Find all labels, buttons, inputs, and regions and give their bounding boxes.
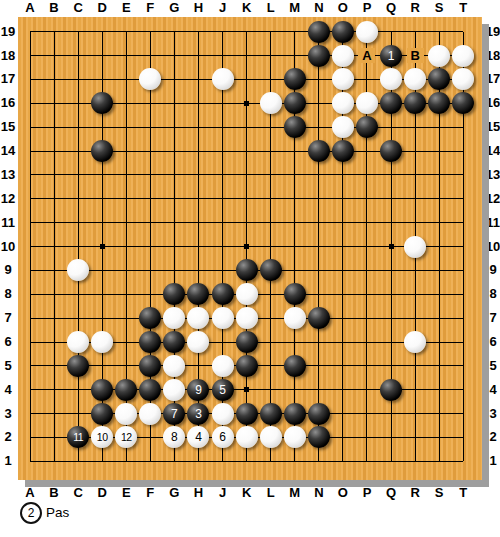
- coordinate-label: K: [235, 486, 259, 500]
- coordinate-label: F: [138, 1, 162, 15]
- move-number: 8: [171, 431, 178, 443]
- coordinate-label: 19: [0, 25, 16, 39]
- white-stone: [139, 403, 161, 425]
- coordinate-label: 10: [0, 240, 16, 254]
- white-stone: [404, 236, 426, 258]
- coordinate-label: 8: [485, 287, 500, 301]
- black-stone: [308, 403, 330, 425]
- coordinate-label: B: [42, 1, 66, 15]
- coordinate-label: T: [451, 1, 475, 15]
- coordinate-label: 7: [485, 311, 500, 325]
- coordinate-label: G: [162, 1, 186, 15]
- coordinate-label: M: [283, 486, 307, 500]
- coordinate-label: S: [427, 1, 451, 15]
- move-number: 1: [388, 50, 395, 62]
- go-diagram-page: ABCDEFGHJKLMNOPQRST 19181716151413121110…: [0, 0, 500, 537]
- move-number: 5: [219, 384, 226, 396]
- coordinate-label: 4: [0, 383, 16, 397]
- coordinate-label: 7: [0, 311, 16, 325]
- white-stone: [236, 307, 258, 329]
- letter-marker-b: B: [407, 48, 424, 63]
- pass-label: Pas: [46, 504, 69, 521]
- black-stone: [332, 140, 354, 162]
- coordinate-label: R: [403, 1, 427, 15]
- white-stone: [356, 21, 378, 43]
- coordinate-label: C: [66, 1, 90, 15]
- coordinate-label: M: [283, 1, 307, 15]
- black-stone: [380, 379, 402, 401]
- coordinate-label: 13: [0, 168, 16, 182]
- coordinate-label: J: [211, 1, 235, 15]
- white-stone: [260, 92, 282, 114]
- coordinate-label: C: [66, 486, 90, 500]
- coordinate-label: 16: [0, 96, 16, 110]
- coordinate-label: N: [307, 486, 331, 500]
- star-point: [244, 387, 249, 392]
- black-stone: [284, 283, 306, 305]
- black-stone: [67, 355, 89, 377]
- move-number-circle: 2: [20, 502, 42, 524]
- black-stone: [284, 116, 306, 138]
- move-number: 3: [195, 408, 202, 420]
- black-stone: [260, 259, 282, 281]
- coordinate-label: P: [355, 1, 379, 15]
- coordinate-label: G: [162, 486, 186, 500]
- white-stone: [163, 379, 185, 401]
- move-number: 10: [97, 432, 108, 443]
- coordinate-label: 15: [0, 120, 16, 134]
- coordinate-label: D: [90, 1, 114, 15]
- move-number: 9: [195, 384, 202, 396]
- coordinate-label: 13: [485, 168, 500, 182]
- move-number: 11: [73, 432, 83, 443]
- white-stone: [332, 45, 354, 67]
- white-stone: [428, 45, 450, 67]
- star-point: [244, 244, 249, 249]
- white-stone: [212, 307, 234, 329]
- coordinate-label: 6: [485, 335, 500, 349]
- coordinate-label: J: [211, 486, 235, 500]
- coordinate-label: 18: [0, 49, 16, 63]
- black-stone: [236, 259, 258, 281]
- coordinate-label: 14: [0, 144, 16, 158]
- coordinate-label: O: [331, 1, 355, 15]
- coordinate-label: 16: [485, 96, 500, 110]
- black-stone: [212, 283, 234, 305]
- star-point: [244, 101, 249, 106]
- coordinate-label: 10: [485, 240, 500, 254]
- coordinate-label: 15: [485, 120, 500, 134]
- coordinate-label: 9: [0, 263, 16, 277]
- coordinate-label: H: [186, 1, 210, 15]
- black-stone: 1: [380, 45, 402, 67]
- white-stone: [404, 331, 426, 353]
- black-stone: 5: [212, 379, 234, 401]
- coordinate-label: 8: [0, 287, 16, 301]
- black-stone: [284, 355, 306, 377]
- white-stone: [236, 426, 258, 448]
- coordinate-label: F: [138, 486, 162, 500]
- coordinate-label: 2: [0, 430, 16, 444]
- coordinate-label: 18: [485, 49, 500, 63]
- coordinate-label: L: [259, 1, 283, 15]
- coordinate-label: P: [355, 486, 379, 500]
- white-stone: [452, 45, 474, 67]
- coordinate-label: E: [114, 486, 138, 500]
- coordinate-label: 12: [0, 192, 16, 206]
- black-stone: 3: [187, 403, 209, 425]
- white-stone: [115, 403, 137, 425]
- coordinate-label: B: [42, 486, 66, 500]
- coordinate-label: N: [307, 1, 331, 15]
- black-stone: [284, 403, 306, 425]
- black-stone: [308, 21, 330, 43]
- move-number: 4: [195, 431, 202, 443]
- coordinate-label: 19: [485, 25, 500, 39]
- coordinate-label: Q: [379, 1, 403, 15]
- move-number: 12: [121, 432, 132, 443]
- coordinate-label: A: [18, 1, 42, 15]
- move-annotation: 2 Pas: [0, 500, 500, 530]
- black-stone: [260, 403, 282, 425]
- star-point: [100, 244, 105, 249]
- coordinate-label: 12: [485, 192, 500, 206]
- coordinate-label: R: [403, 486, 427, 500]
- white-stone: [332, 116, 354, 138]
- coordinate-label: 6: [0, 335, 16, 349]
- coordinate-label: 3: [485, 407, 500, 421]
- coordinate-label: 2: [485, 430, 500, 444]
- black-stone: [115, 379, 137, 401]
- coordinate-label: K: [235, 1, 259, 15]
- white-stone: [212, 355, 234, 377]
- coordinate-label: 17: [485, 72, 500, 86]
- coordinate-label: 9: [485, 263, 500, 277]
- star-point: [389, 244, 394, 249]
- coordinate-label: 11: [0, 216, 16, 230]
- white-stone: 6: [212, 426, 234, 448]
- coordinate-label: 14: [485, 144, 500, 158]
- white-stone: [212, 68, 234, 90]
- coordinate-label: 3: [0, 407, 16, 421]
- coordinate-label: 5: [485, 359, 500, 373]
- coordinate-label: 1: [0, 454, 16, 468]
- coordinate-label: H: [186, 486, 210, 500]
- coordinate-label: 17: [0, 72, 16, 86]
- coordinate-label: 1: [485, 454, 500, 468]
- black-stone: [284, 92, 306, 114]
- white-stone: [67, 331, 89, 353]
- black-stone: [236, 403, 258, 425]
- black-stone: [308, 140, 330, 162]
- black-stone: [139, 379, 161, 401]
- black-stone: [380, 140, 402, 162]
- black-stone: [332, 21, 354, 43]
- black-stone: [308, 45, 330, 67]
- coordinate-label: D: [90, 486, 114, 500]
- coordinate-label: O: [331, 486, 355, 500]
- white-stone: [284, 307, 306, 329]
- move-number: 6: [219, 431, 226, 443]
- coordinate-label: T: [451, 486, 475, 500]
- coordinate-label: 4: [485, 383, 500, 397]
- letter-marker-a: A: [358, 48, 375, 63]
- white-stone: [212, 403, 234, 425]
- move-number: 7: [171, 408, 178, 420]
- coordinate-label: 11: [485, 216, 500, 230]
- black-stone: 7: [163, 403, 185, 425]
- black-stone: [91, 379, 113, 401]
- black-stone: [308, 307, 330, 329]
- black-stone: [236, 331, 258, 353]
- coordinate-label: Q: [379, 486, 403, 500]
- white-stone: [236, 283, 258, 305]
- black-stone: [91, 403, 113, 425]
- coordinate-label: E: [114, 1, 138, 15]
- go-board[interactable]: 19573111012846AB: [18, 17, 482, 480]
- coordinate-label: S: [427, 486, 451, 500]
- coordinate-label: A: [18, 486, 42, 500]
- coordinate-label: L: [259, 486, 283, 500]
- black-stone: [356, 116, 378, 138]
- black-stone: [236, 355, 258, 377]
- coordinate-label: 5: [0, 359, 16, 373]
